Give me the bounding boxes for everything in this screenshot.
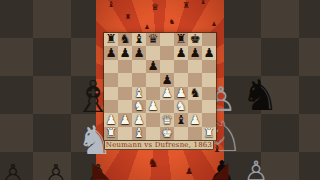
square-b2: ♟ (118, 113, 132, 126)
white-bishop-c1: ♝ (133, 127, 144, 140)
square-g6 (188, 60, 202, 73)
square-d3: ♟ (146, 100, 160, 113)
square-g4: ♞ (188, 87, 202, 100)
square-b6 (118, 60, 132, 73)
square-a1: ♜ (104, 127, 118, 140)
confetti-piece-icon: ♞ (169, 19, 175, 26)
black-pawn-a7: ♟ (105, 46, 116, 59)
square-g1 (188, 127, 202, 140)
square-b4 (118, 87, 132, 100)
square-c6 (132, 60, 146, 73)
square-d5 (146, 73, 160, 86)
chess-board: ♜♞♝♛♜♚♟♟♟♟♟♟♟♟♝♟♟♞♞♟♞♟♟♟♛♝♟♜♝♚♜ (104, 33, 216, 140)
confetti-piece-icon: ♟ (211, 21, 216, 27)
black-pawn-g7: ♟ (189, 46, 200, 59)
square-d1 (146, 127, 160, 140)
black-pawn-h7: ♟ (203, 46, 214, 59)
square-h6 (202, 60, 216, 73)
confetti-piece-icon: ♜ (125, 14, 131, 21)
black-pawn-c7: ♟ (133, 46, 144, 59)
square-h7: ♟ (202, 46, 216, 59)
square-a5 (104, 73, 118, 86)
square-a4 (104, 87, 118, 100)
square-h5 (202, 73, 216, 86)
black-knight-g4: ♞ (189, 86, 200, 99)
square-e7 (160, 46, 174, 59)
caption-bar: Neumann vs Dufresne, 1863 (104, 140, 214, 150)
square-f7: ♟ (174, 46, 188, 59)
square-a6 (104, 60, 118, 73)
square-d2 (146, 113, 160, 126)
confetti-piece-icon: ♟ (185, 167, 193, 176)
square-e8 (160, 33, 174, 46)
black-pawn-d6: ♟ (147, 60, 158, 73)
square-g7: ♟ (188, 46, 202, 59)
confetti-piece-icon: ◣ (93, 159, 110, 180)
white-pawn-b2: ♟ (119, 113, 130, 126)
black-pawn-f7: ♟ (175, 46, 186, 59)
square-c7: ♟ (132, 46, 146, 59)
confetti-piece-icon: ♜ (182, 2, 189, 10)
square-a7: ♟ (104, 46, 118, 59)
confetti-piece-icon: ◢ (212, 159, 229, 180)
square-f2: ♝ (174, 113, 188, 126)
white-pawn-e4: ♟ (161, 86, 172, 99)
white-pawn-g2: ♟ (189, 113, 200, 126)
square-c1: ♝ (132, 127, 146, 140)
confetti-piece-icon: ♞ (148, 157, 159, 169)
confetti-piece-icon: ♝ (199, 0, 206, 6)
white-king-e1: ♚ (161, 127, 172, 140)
pawn-outline-icon: ♙ (243, 158, 268, 180)
square-e1: ♚ (160, 127, 174, 140)
black-pawn-b7: ♟ (119, 46, 130, 59)
square-b1 (118, 127, 132, 140)
video-frame: ♗♞♙♙♙♙♞♘♟♙ ♝♜♟♛♞♜♝♟♞♟♝◣◢ ♜♞♝♛♜♚♟♟♟♟♟♟♟♟♝… (0, 0, 320, 180)
white-pawn-d3: ♟ (147, 100, 158, 113)
white-rook-a1: ♜ (105, 127, 116, 140)
square-e4: ♟ (160, 87, 174, 100)
white-rook-h1: ♜ (203, 127, 214, 140)
square-f1 (174, 127, 188, 140)
square-b7: ♟ (118, 46, 132, 59)
confetti-piece-icon: ♛ (151, 3, 159, 12)
confetti-piece-icon: ♝ (107, 1, 114, 9)
confetti-piece-icon: ♟ (144, 24, 149, 30)
caption-text: Neumann vs Dufresne, 1863 (106, 142, 212, 149)
black-queen-d8: ♛ (147, 33, 158, 46)
square-h4 (202, 87, 216, 100)
square-d6: ♟ (146, 60, 160, 73)
black-knight-icon: ♞ (241, 75, 279, 117)
square-b5 (118, 73, 132, 86)
pawn-outline-icon: ♙ (1, 161, 24, 180)
black-bishop-f2: ♝ (175, 113, 186, 126)
square-g2: ♟ (188, 113, 202, 126)
square-h3 (202, 100, 216, 113)
square-d8: ♛ (146, 33, 160, 46)
pawn-outline-icon: ♙ (44, 161, 67, 180)
square-h1: ♜ (202, 127, 216, 140)
square-f6 (174, 60, 188, 73)
